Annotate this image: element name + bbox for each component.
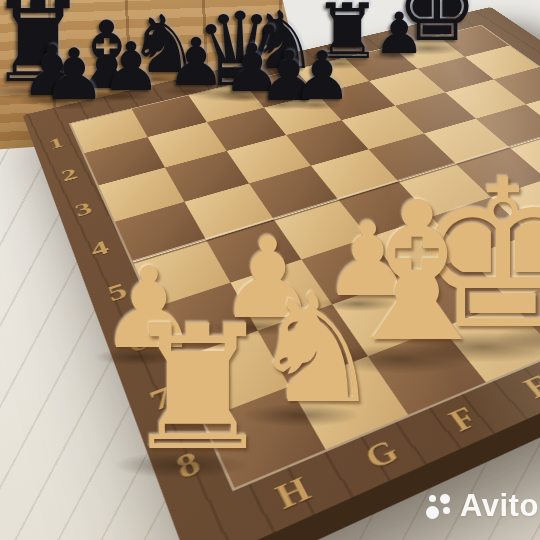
avito-label: Avito bbox=[460, 488, 539, 524]
avito-watermark: Avito bbox=[426, 488, 539, 524]
avito-logo-icon bbox=[426, 493, 453, 520]
chess-set-photo: 12345678 HGFEDCBA ♜♝♞♛♞♜♚♟♟♟♟♟♟♟♟♜♞♝♚♛♟♟… bbox=[0, 0, 540, 540]
